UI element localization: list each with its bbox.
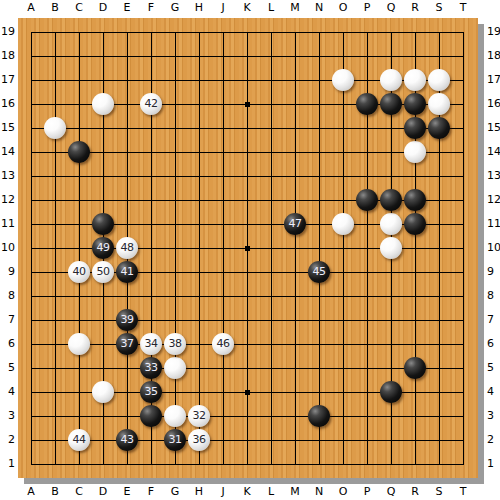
- stone-white-O17[interactable]: [332, 69, 354, 91]
- row-label-2: 2: [487, 428, 500, 452]
- stone-black-Q16[interactable]: [380, 93, 402, 115]
- stone-white-S17[interactable]: [428, 69, 450, 91]
- row-label-15: 15: [487, 116, 500, 140]
- col-label-M: M: [283, 485, 307, 498]
- row-label-8: 8: [0, 284, 15, 308]
- row-label-4: 4: [0, 380, 15, 404]
- row-label-11: 11: [487, 212, 500, 236]
- stone-black-Q12[interactable]: [380, 189, 402, 211]
- col-label-Q: Q: [379, 485, 403, 498]
- col-label-O: O: [331, 1, 355, 14]
- stone-white-S16[interactable]: [428, 93, 450, 115]
- row-label-17: 17: [0, 68, 15, 92]
- col-label-M: M: [283, 1, 307, 14]
- stone-white-Q10[interactable]: [380, 237, 402, 259]
- stone-white-D9[interactable]: 50: [92, 261, 114, 283]
- row-label-13: 13: [0, 164, 15, 188]
- stone-white-D4[interactable]: [92, 381, 114, 403]
- col-label-P: P: [355, 485, 379, 498]
- row-label-5: 5: [487, 356, 500, 380]
- row-label-4: 4: [487, 380, 500, 404]
- col-label-K: K: [235, 485, 259, 498]
- row-label-19: 19: [0, 20, 15, 44]
- stone-white-F6[interactable]: 34: [140, 333, 162, 355]
- col-label-C: C: [67, 485, 91, 498]
- col-label-E: E: [115, 485, 139, 498]
- stone-black-M11[interactable]: 47: [284, 213, 306, 235]
- row-label-3: 3: [0, 404, 15, 428]
- stone-white-E10[interactable]: 48: [116, 237, 138, 259]
- stone-grid: 3132333435363738394041424344454647484950: [19, 20, 475, 476]
- col-label-A: A: [19, 485, 43, 498]
- stone-white-Q17[interactable]: [380, 69, 402, 91]
- col-label-A: A: [19, 1, 43, 14]
- row-label-1: 1: [487, 452, 500, 476]
- col-label-C: C: [67, 1, 91, 14]
- stone-black-N9[interactable]: 45: [308, 261, 330, 283]
- col-label-F: F: [139, 485, 163, 498]
- col-label-F: F: [139, 1, 163, 14]
- stone-white-R17[interactable]: [404, 69, 426, 91]
- stone-white-H3[interactable]: 32: [188, 405, 210, 427]
- row-label-14: 14: [0, 140, 15, 164]
- stone-black-F3[interactable]: [140, 405, 162, 427]
- stone-white-G3[interactable]: [164, 405, 186, 427]
- stone-black-C14[interactable]: [68, 141, 90, 163]
- go-game-view: ABCDEFGHJKLMNOPQRST ABCDEFGHJKLMNOPQRST …: [0, 0, 500, 500]
- row-label-2: 2: [0, 428, 15, 452]
- col-label-N: N: [307, 485, 331, 498]
- stone-black-N3[interactable]: [308, 405, 330, 427]
- row-label-18: 18: [0, 44, 15, 68]
- row-label-9: 9: [487, 260, 500, 284]
- stone-white-G6[interactable]: 38: [164, 333, 186, 355]
- col-label-P: P: [355, 1, 379, 14]
- row-label-17: 17: [487, 68, 500, 92]
- stone-white-D16[interactable]: [92, 93, 114, 115]
- col-label-E: E: [115, 1, 139, 14]
- stone-white-G5[interactable]: [164, 357, 186, 379]
- col-label-D: D: [91, 485, 115, 498]
- stone-white-C6[interactable]: [68, 333, 90, 355]
- col-label-L: L: [259, 485, 283, 498]
- row-label-16: 16: [487, 92, 500, 116]
- column-labels-top: ABCDEFGHJKLMNOPQRST: [19, 1, 475, 14]
- stone-black-P12[interactable]: [356, 189, 378, 211]
- column-labels-bottom: ABCDEFGHJKLMNOPQRST: [19, 485, 475, 498]
- go-board[interactable]: 3132333435363738394041424344454647484950: [18, 18, 478, 478]
- stone-black-R12[interactable]: [404, 189, 426, 211]
- col-label-O: O: [331, 485, 355, 498]
- col-label-G: G: [163, 485, 187, 498]
- stone-white-B15[interactable]: [44, 117, 66, 139]
- col-label-K: K: [235, 1, 259, 14]
- stone-white-J6[interactable]: 46: [212, 333, 234, 355]
- col-label-J: J: [211, 485, 235, 498]
- row-label-8: 8: [487, 284, 500, 308]
- col-label-D: D: [91, 1, 115, 14]
- stone-black-G2[interactable]: 31: [164, 429, 186, 451]
- row-labels-right: 19181716151413121110987654321: [487, 20, 500, 476]
- col-label-H: H: [187, 485, 211, 498]
- stone-black-R5[interactable]: [404, 357, 426, 379]
- row-label-14: 14: [487, 140, 500, 164]
- col-label-Q: Q: [379, 1, 403, 14]
- row-label-11: 11: [0, 212, 15, 236]
- stone-white-R14[interactable]: [404, 141, 426, 163]
- col-label-S: S: [427, 485, 451, 498]
- row-label-6: 6: [0, 332, 15, 356]
- row-label-16: 16: [0, 92, 15, 116]
- stone-black-E6[interactable]: 37: [116, 333, 138, 355]
- col-label-T: T: [451, 1, 475, 14]
- row-label-12: 12: [0, 188, 15, 212]
- row-label-19: 19: [487, 20, 500, 44]
- row-label-10: 10: [487, 236, 500, 260]
- stone-black-P16[interactable]: [356, 93, 378, 115]
- stone-black-D10[interactable]: 49: [92, 237, 114, 259]
- stone-black-Q4[interactable]: [380, 381, 402, 403]
- stone-black-E7[interactable]: 39: [116, 309, 138, 331]
- stone-black-E9[interactable]: 41: [116, 261, 138, 283]
- row-label-9: 9: [0, 260, 15, 284]
- col-label-B: B: [43, 1, 67, 14]
- row-label-15: 15: [0, 116, 15, 140]
- row-label-10: 10: [0, 236, 15, 260]
- row-label-7: 7: [0, 308, 15, 332]
- stone-white-F16[interactable]: 42: [140, 93, 162, 115]
- col-label-N: N: [307, 1, 331, 14]
- stone-white-O11[interactable]: [332, 213, 354, 235]
- row-label-5: 5: [0, 356, 15, 380]
- col-label-S: S: [427, 1, 451, 14]
- stone-white-C2[interactable]: 44: [68, 429, 90, 451]
- stone-black-R16[interactable]: [404, 93, 426, 115]
- stone-black-S15[interactable]: [428, 117, 450, 139]
- stone-white-H2[interactable]: 36: [188, 429, 210, 451]
- col-label-T: T: [451, 485, 475, 498]
- stone-black-F4[interactable]: 35: [140, 381, 162, 403]
- col-label-B: B: [43, 485, 67, 498]
- stone-black-D11[interactable]: [92, 213, 114, 235]
- row-label-1: 1: [0, 452, 15, 476]
- col-label-J: J: [211, 1, 235, 14]
- col-label-R: R: [403, 485, 427, 498]
- col-label-H: H: [187, 1, 211, 14]
- row-label-18: 18: [487, 44, 500, 68]
- stone-black-R11[interactable]: [404, 213, 426, 235]
- col-label-G: G: [163, 1, 187, 14]
- stone-black-F5[interactable]: 33: [140, 357, 162, 379]
- stone-white-C9[interactable]: 40: [68, 261, 90, 283]
- col-label-L: L: [259, 1, 283, 14]
- row-label-13: 13: [487, 164, 500, 188]
- col-label-R: R: [403, 1, 427, 14]
- stone-black-R15[interactable]: [404, 117, 426, 139]
- row-label-6: 6: [487, 332, 500, 356]
- row-label-3: 3: [487, 404, 500, 428]
- row-labels-left: 19181716151413121110987654321: [0, 20, 15, 476]
- stone-white-Q11[interactable]: [380, 213, 402, 235]
- stone-black-E2[interactable]: 43: [116, 429, 138, 451]
- row-label-7: 7: [487, 308, 500, 332]
- row-label-12: 12: [487, 188, 500, 212]
